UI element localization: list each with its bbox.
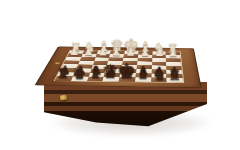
board-square: ♚ [119, 77, 136, 82]
board-square [120, 69, 136, 73]
chess-board: ♜♞♝♛♚♝♞♜♟♟♟♟♟♟♟♟♟♟♟♟♟♟♟♟♜♞♝♛♚♝♞♜ [35, 47, 202, 88]
board-square [137, 61, 152, 65]
gold-ornament-icon [54, 62, 60, 65]
board-square [94, 57, 109, 61]
board-square: ♜ [167, 78, 183, 83]
board-square [91, 65, 107, 69]
board-square: ♝ [87, 77, 104, 82]
clasp-icon [60, 95, 68, 101]
board-square [152, 62, 167, 66]
board-square [166, 66, 181, 70]
board-square: ♝ [135, 77, 151, 82]
board-square: ♞ [151, 78, 167, 83]
board-square [107, 61, 122, 65]
board-square: ♛ [103, 77, 120, 82]
board-frame: ♜♞♝♛♚♝♞♜♟♟♟♟♟♟♟♟♟♟♟♟♟♟♟♟♜♞♝♛♚♝♞♜ [35, 47, 202, 88]
board-grid: ♜♞♝♛♚♝♞♜♟♟♟♟♟♟♟♟♟♟♟♟♟♟♟♟♜♞♝♛♚♝♞♜ [54, 50, 185, 83]
chess-set-photo: ♜♞♝♛♚♝♞♜♟♟♟♟♟♟♟♟♟♟♟♟♟♟♟♟♜♞♝♛♚♝♞♜ [0, 0, 240, 150]
